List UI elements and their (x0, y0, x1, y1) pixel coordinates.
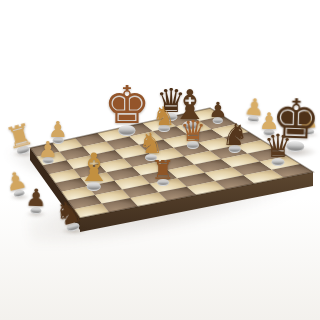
white-queen-icon: ♛ (180, 117, 206, 146)
white-rook-icon: ♜ (2, 118, 36, 154)
white-pawn-icon: ♟ (38, 139, 58, 161)
white-knight-icon: ♞ (152, 103, 175, 129)
white-king-icon: ♚ (104, 79, 151, 131)
black-pawn-icon: ♟ (25, 187, 47, 212)
white-knight-icon: ♞ (138, 130, 163, 158)
piece-black-knight[interactable]: ♞ (221, 124, 250, 153)
piece-black-pawn[interactable]: ♟ (24, 190, 48, 214)
wobble-chess-product-photo: ♛♟♟♝♞♟♚♟♟♛♚♞♜♞♟♛♜♝♟♟♞ (0, 0, 320, 320)
black-knight-icon: ♞ (222, 120, 249, 150)
piece-white-rook[interactable]: ♜ (150, 160, 175, 186)
black-queen-icon: ♛ (264, 130, 293, 162)
piece-white-bishop[interactable]: ♝ (75, 153, 112, 191)
piece-white-queen[interactable]: ♛ (179, 121, 207, 149)
white-bishop-icon: ♝ (77, 148, 112, 187)
black-knight-icon: ♞ (52, 194, 87, 231)
white-rook-icon: ♜ (151, 157, 174, 183)
piece-white-pawn[interactable]: ♟ (38, 143, 59, 164)
piece-black-queen[interactable]: ♛ (263, 135, 294, 166)
pieces-layer: ♛♟♟♝♞♟♚♟♟♛♚♞♜♞♟♛♜♝♟♟♞ (0, 0, 320, 320)
